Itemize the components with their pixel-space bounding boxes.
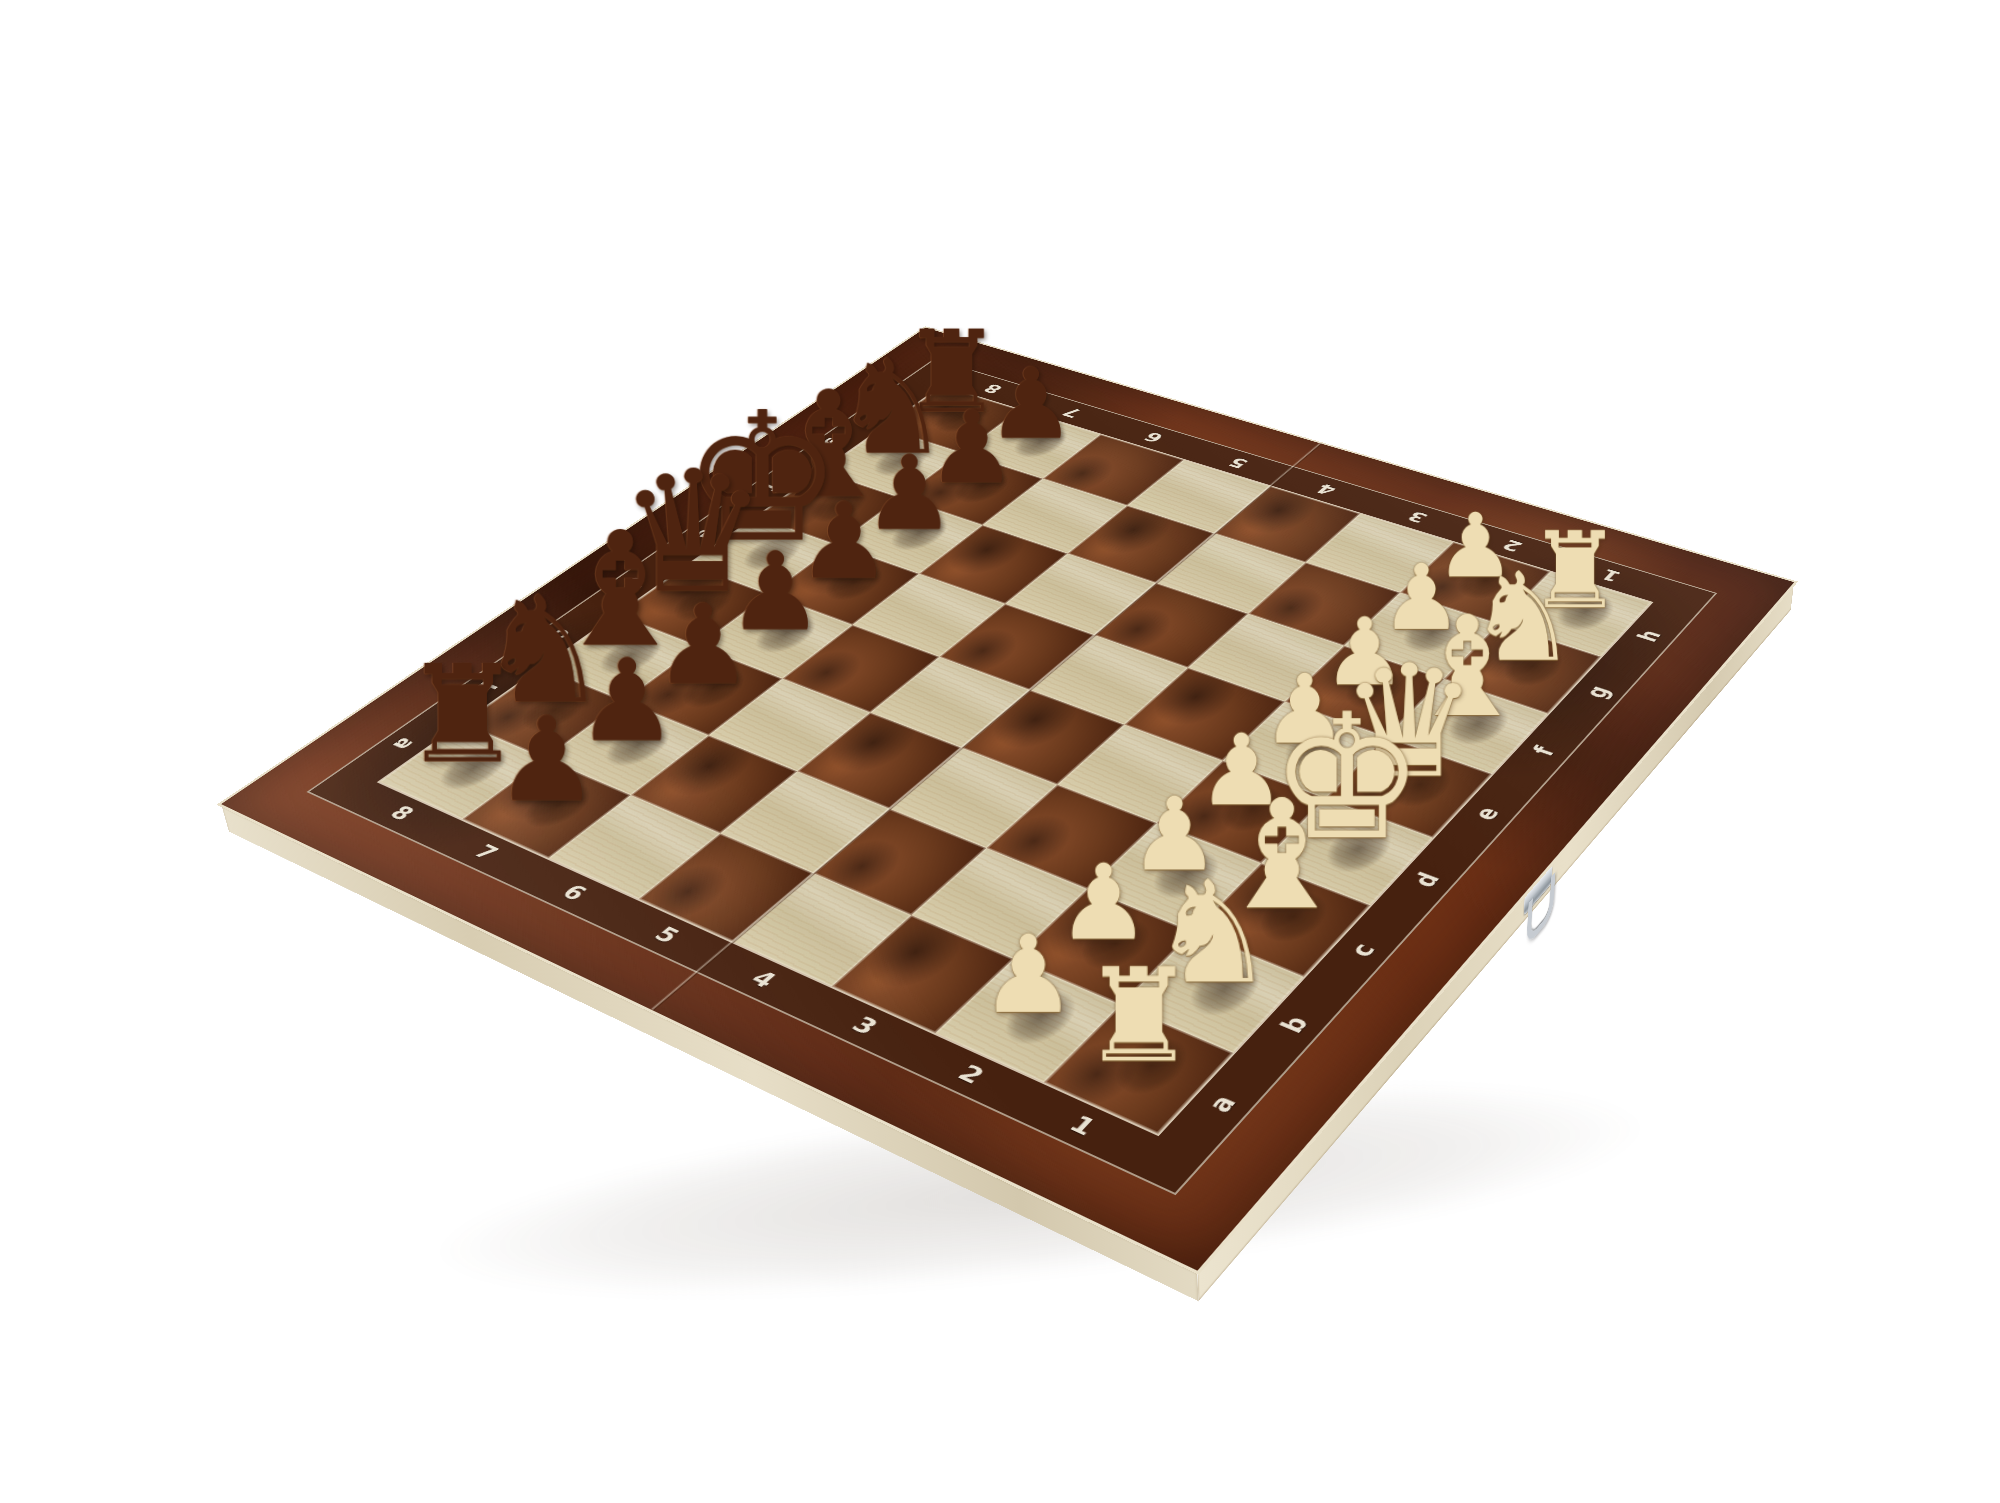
white-pawn-glyph: ♟ [980,927,1076,1026]
product-photo-canvas: aabbccddeeffgghh8877665544332211 ♜♞♝♛♚♝♞… [0,0,2000,1503]
chess-board: aabbccddeeffgghh8877665544332211 ♜♞♝♛♚♝♞… [221,328,1794,1271]
black-pawn-glyph: ♟ [495,706,600,813]
camera-tilt-wrapper: aabbccddeeffgghh8877665544332211 ♜♞♝♛♚♝♞… [0,0,2000,1503]
perspective-scene: aabbccddeeffgghh8877665544332211 ♜♞♝♛♚♝♞… [0,0,2000,1503]
white-rook-glyph: ♜ [1081,956,1197,1075]
